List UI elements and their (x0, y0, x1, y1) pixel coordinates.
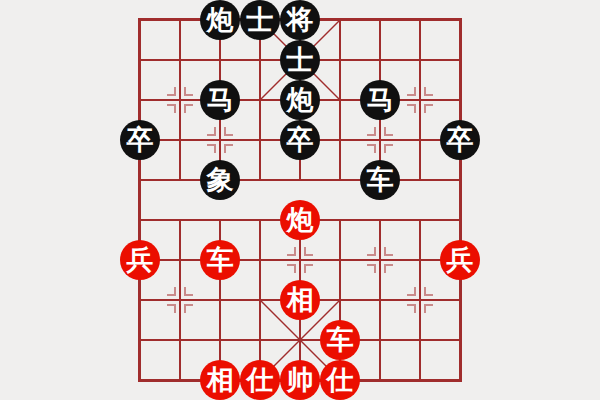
piece-black-soldier[interactable]: 卒 (120, 120, 160, 160)
piece-red-general[interactable]: 帅 (280, 360, 320, 400)
piece-black-chariot[interactable]: 车 (360, 160, 400, 200)
piece-glyph: 兵 (127, 246, 154, 273)
piece-glyph: 马 (207, 86, 234, 113)
xiangqi-screenshot: 炮士将士马炮马卒卒卒象车炮兵车兵相车相仕帅仕 (0, 0, 600, 400)
piece-glyph: 仕 (327, 366, 354, 393)
piece-black-cannon[interactable]: 炮 (280, 80, 320, 120)
piece-red-chariot[interactable]: 车 (320, 320, 360, 360)
piece-glyph: 相 (287, 286, 314, 313)
piece-black-soldier[interactable]: 卒 (280, 120, 320, 160)
piece-glyph: 炮 (287, 86, 314, 113)
piece-red-advisor[interactable]: 仕 (320, 360, 360, 400)
piece-glyph: 士 (287, 46, 314, 73)
piece-black-advisor[interactable]: 士 (240, 0, 280, 40)
piece-glyph: 兵 (447, 246, 474, 273)
piece-black-soldier[interactable]: 卒 (440, 120, 480, 160)
piece-red-elephant[interactable]: 相 (200, 360, 240, 400)
piece-glyph: 仕 (247, 366, 274, 393)
piece-black-cannon[interactable]: 炮 (200, 0, 240, 40)
piece-glyph: 卒 (127, 126, 154, 153)
piece-red-cannon[interactable]: 炮 (280, 200, 320, 240)
piece-red-elephant[interactable]: 相 (280, 280, 320, 320)
piece-glyph: 相 (207, 366, 234, 393)
piece-glyph: 士 (247, 6, 274, 33)
piece-black-advisor[interactable]: 士 (280, 40, 320, 80)
piece-glyph: 炮 (207, 6, 234, 33)
piece-red-soldier[interactable]: 兵 (120, 240, 160, 280)
pieces-layer: 炮士将士马炮马卒卒卒象车炮兵车兵相车相仕帅仕 (0, 0, 600, 400)
piece-black-horse[interactable]: 马 (200, 80, 240, 120)
piece-glyph: 象 (207, 166, 234, 193)
piece-glyph: 车 (367, 166, 394, 193)
piece-red-chariot[interactable]: 车 (200, 240, 240, 280)
piece-glyph: 将 (287, 6, 314, 33)
piece-red-soldier[interactable]: 兵 (440, 240, 480, 280)
piece-glyph: 马 (367, 86, 394, 113)
piece-glyph: 帅 (287, 366, 314, 393)
piece-glyph: 卒 (287, 126, 314, 153)
piece-red-advisor[interactable]: 仕 (240, 360, 280, 400)
piece-black-horse[interactable]: 马 (360, 80, 400, 120)
piece-black-general[interactable]: 将 (280, 0, 320, 40)
piece-black-elephant[interactable]: 象 (200, 160, 240, 200)
piece-glyph: 车 (327, 326, 354, 353)
piece-glyph: 炮 (287, 206, 314, 233)
piece-glyph: 车 (207, 246, 234, 273)
piece-glyph: 卒 (447, 126, 474, 153)
